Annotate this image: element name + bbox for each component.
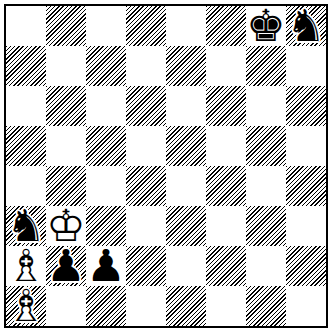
square-f1[interactable]: [206, 286, 246, 326]
white-bishop-icon[interactable]: ♝♗: [6, 286, 46, 326]
black-pawn-icon[interactable]: ♟♟: [86, 246, 126, 286]
piece-glyph-layer: ♟: [46, 246, 86, 286]
square-b7[interactable]: [46, 46, 86, 86]
square-a1[interactable]: ♝♗: [6, 286, 46, 326]
square-g6[interactable]: [246, 86, 286, 126]
square-c4[interactable]: [86, 166, 126, 206]
black-pawn-icon[interactable]: ♟♟: [46, 246, 86, 286]
square-a6[interactable]: [6, 86, 46, 126]
square-h4[interactable]: [286, 166, 326, 206]
square-g8[interactable]: ♚♚: [246, 6, 286, 46]
square-g1[interactable]: [246, 286, 286, 326]
square-f2[interactable]: [206, 246, 246, 286]
square-g7[interactable]: [246, 46, 286, 86]
square-f3[interactable]: [206, 206, 246, 246]
square-d2[interactable]: [126, 246, 166, 286]
piece-glyph-layer: ♚: [246, 6, 286, 46]
square-d5[interactable]: [126, 126, 166, 166]
square-d4[interactable]: [126, 166, 166, 206]
square-e2[interactable]: [166, 246, 206, 286]
black-knight-icon[interactable]: ♞♞: [286, 6, 326, 46]
square-d3[interactable]: [126, 206, 166, 246]
square-b8[interactable]: [46, 6, 86, 46]
square-e4[interactable]: [166, 166, 206, 206]
square-h6[interactable]: [286, 86, 326, 126]
square-e8[interactable]: [166, 6, 206, 46]
square-a7[interactable]: [6, 46, 46, 86]
square-d6[interactable]: [126, 86, 166, 126]
square-c5[interactable]: [86, 126, 126, 166]
square-h2[interactable]: [286, 246, 326, 286]
piece-glyph-layer: ♞: [286, 6, 326, 46]
square-e7[interactable]: [166, 46, 206, 86]
square-a8[interactable]: [6, 6, 46, 46]
square-h1[interactable]: [286, 286, 326, 326]
square-g5[interactable]: [246, 126, 286, 166]
square-h5[interactable]: [286, 126, 326, 166]
square-a5[interactable]: [6, 126, 46, 166]
square-e5[interactable]: [166, 126, 206, 166]
square-f5[interactable]: [206, 126, 246, 166]
square-f7[interactable]: [206, 46, 246, 86]
square-b2[interactable]: ♟♟: [46, 246, 86, 286]
square-h3[interactable]: [286, 206, 326, 246]
square-e1[interactable]: [166, 286, 206, 326]
square-b6[interactable]: [46, 86, 86, 126]
square-c7[interactable]: [86, 46, 126, 86]
square-c8[interactable]: [86, 6, 126, 46]
square-d1[interactable]: [126, 286, 166, 326]
piece-outline-layer: ♗: [6, 286, 46, 326]
square-c6[interactable]: [86, 86, 126, 126]
square-d8[interactable]: [126, 6, 166, 46]
square-c1[interactable]: [86, 286, 126, 326]
square-e3[interactable]: [166, 206, 206, 246]
square-b5[interactable]: [46, 126, 86, 166]
square-f6[interactable]: [206, 86, 246, 126]
square-f4[interactable]: [206, 166, 246, 206]
square-h7[interactable]: [286, 46, 326, 86]
square-b1[interactable]: [46, 286, 86, 326]
square-g3[interactable]: [246, 206, 286, 246]
square-c2[interactable]: ♟♟: [86, 246, 126, 286]
square-d7[interactable]: [126, 46, 166, 86]
square-g4[interactable]: [246, 166, 286, 206]
piece-glyph-layer: ♟: [86, 246, 126, 286]
square-g2[interactable]: [246, 246, 286, 286]
square-e6[interactable]: [166, 86, 206, 126]
square-h8[interactable]: ♞♞: [286, 6, 326, 46]
chess-diagram: ♚♚♞♞♞♞♚♔♝♗♟♟♟♟♝♗: [0, 0, 332, 332]
square-f8[interactable]: [206, 6, 246, 46]
black-king-icon[interactable]: ♚♚: [246, 6, 286, 46]
chess-board: ♚♚♞♞♞♞♚♔♝♗♟♟♟♟♝♗: [4, 4, 328, 328]
